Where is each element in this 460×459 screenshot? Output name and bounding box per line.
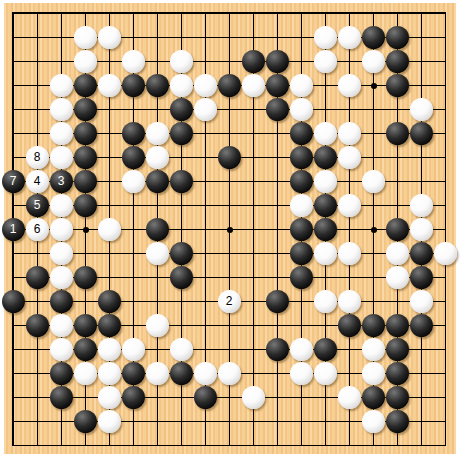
stone-black[interactable] bbox=[170, 266, 193, 289]
stone-white[interactable] bbox=[242, 74, 265, 97]
stone-black[interactable] bbox=[122, 386, 145, 409]
stone-white[interactable] bbox=[74, 26, 97, 49]
stone-black[interactable] bbox=[386, 410, 409, 433]
stone-black[interactable] bbox=[410, 242, 433, 265]
stone-white[interactable] bbox=[338, 26, 361, 49]
stone-black[interactable] bbox=[266, 74, 289, 97]
stone-black[interactable]: 3 bbox=[50, 170, 73, 193]
stone-white[interactable] bbox=[146, 362, 169, 385]
stone-black[interactable] bbox=[74, 146, 97, 169]
stone-black[interactable] bbox=[386, 314, 409, 337]
stone-white[interactable] bbox=[410, 290, 433, 313]
move-number-label: 8 bbox=[34, 151, 41, 163]
star-point bbox=[371, 227, 377, 233]
go-board[interactable]: 87435162 bbox=[4, 3, 456, 454]
stone-black[interactable] bbox=[290, 218, 313, 241]
stone-black[interactable] bbox=[74, 266, 97, 289]
stone-white[interactable] bbox=[290, 338, 313, 361]
stone-black[interactable] bbox=[314, 194, 337, 217]
stone-black[interactable] bbox=[314, 338, 337, 361]
stone-black[interactable] bbox=[386, 386, 409, 409]
grid-line-vertical bbox=[445, 13, 446, 446]
stone-white[interactable] bbox=[122, 338, 145, 361]
stone-white[interactable] bbox=[194, 362, 217, 385]
stone-black[interactable] bbox=[74, 170, 97, 193]
stone-black[interactable]: 1 bbox=[2, 218, 25, 241]
stone-black[interactable] bbox=[410, 266, 433, 289]
move-number-label: 1 bbox=[10, 223, 17, 235]
stone-white[interactable] bbox=[386, 266, 409, 289]
stone-white[interactable] bbox=[146, 146, 169, 169]
stone-white[interactable] bbox=[338, 386, 361, 409]
stone-black[interactable] bbox=[170, 242, 193, 265]
stone-white[interactable] bbox=[290, 74, 313, 97]
star-point bbox=[83, 227, 89, 233]
stone-black[interactable] bbox=[266, 290, 289, 313]
stone-black[interactable] bbox=[74, 98, 97, 121]
move-number-label: 2 bbox=[226, 295, 233, 307]
stone-white[interactable] bbox=[50, 74, 73, 97]
stone-black[interactable] bbox=[290, 122, 313, 145]
stone-white[interactable] bbox=[338, 122, 361, 145]
stone-white[interactable] bbox=[362, 410, 385, 433]
stone-white[interactable] bbox=[50, 218, 73, 241]
stone-black[interactable] bbox=[386, 50, 409, 73]
stone-black[interactable] bbox=[386, 122, 409, 145]
move-number-label: 5 bbox=[34, 199, 41, 211]
stone-black[interactable] bbox=[122, 146, 145, 169]
stone-black[interactable] bbox=[74, 314, 97, 337]
stone-black[interactable] bbox=[74, 410, 97, 433]
stone-white[interactable] bbox=[98, 410, 121, 433]
stone-black[interactable] bbox=[170, 98, 193, 121]
stone-white[interactable] bbox=[314, 290, 337, 313]
stone-white[interactable] bbox=[290, 362, 313, 385]
stone-black[interactable] bbox=[146, 218, 169, 241]
stone-white[interactable] bbox=[146, 314, 169, 337]
stone-black[interactable] bbox=[194, 386, 217, 409]
stone-black[interactable] bbox=[266, 98, 289, 121]
stone-white[interactable] bbox=[218, 362, 241, 385]
stone-white[interactable] bbox=[314, 242, 337, 265]
stone-black[interactable] bbox=[170, 122, 193, 145]
stone-white[interactable] bbox=[50, 242, 73, 265]
stone-black[interactable] bbox=[170, 362, 193, 385]
grid-line-horizontal bbox=[13, 253, 446, 254]
stone-black[interactable] bbox=[386, 26, 409, 49]
stone-white[interactable] bbox=[170, 338, 193, 361]
stone-white[interactable] bbox=[314, 362, 337, 385]
stone-white[interactable] bbox=[146, 122, 169, 145]
stone-white[interactable] bbox=[314, 50, 337, 73]
stone-white[interactable] bbox=[314, 26, 337, 49]
stone-white[interactable] bbox=[434, 242, 457, 265]
stone-white[interactable] bbox=[50, 314, 73, 337]
stone-white[interactable] bbox=[362, 50, 385, 73]
stone-white[interactable] bbox=[386, 242, 409, 265]
stone-black[interactable] bbox=[290, 266, 313, 289]
stone-black[interactable] bbox=[314, 146, 337, 169]
stone-black[interactable] bbox=[146, 170, 169, 193]
stone-black[interactable] bbox=[98, 290, 121, 313]
stone-white[interactable] bbox=[362, 362, 385, 385]
stone-black[interactable] bbox=[386, 362, 409, 385]
stone-white[interactable] bbox=[410, 98, 433, 121]
stone-white[interactable] bbox=[146, 242, 169, 265]
stone-black[interactable] bbox=[386, 74, 409, 97]
stone-white[interactable] bbox=[98, 386, 121, 409]
stone-white[interactable] bbox=[98, 218, 121, 241]
stone-black[interactable] bbox=[362, 314, 385, 337]
stone-white[interactable] bbox=[314, 122, 337, 145]
stone-black[interactable] bbox=[386, 338, 409, 361]
stone-black[interactable] bbox=[50, 386, 73, 409]
stone-white[interactable] bbox=[50, 338, 73, 361]
stone-black[interactable] bbox=[26, 266, 49, 289]
stone-white[interactable] bbox=[50, 266, 73, 289]
stone-black[interactable] bbox=[74, 74, 97, 97]
stone-white[interactable] bbox=[170, 74, 193, 97]
stone-black[interactable] bbox=[266, 338, 289, 361]
star-point bbox=[371, 83, 377, 89]
stone-black[interactable] bbox=[410, 122, 433, 145]
stone-white[interactable] bbox=[50, 146, 73, 169]
stone-black[interactable] bbox=[242, 50, 265, 73]
grid-line-horizontal bbox=[13, 445, 446, 446]
stone-black[interactable] bbox=[74, 122, 97, 145]
stone-black[interactable] bbox=[50, 290, 73, 313]
stone-white[interactable] bbox=[74, 362, 97, 385]
stone-white[interactable] bbox=[98, 338, 121, 361]
move-number-label: 7 bbox=[10, 175, 17, 187]
move-number-label: 3 bbox=[58, 175, 65, 187]
stone-white[interactable] bbox=[314, 170, 337, 193]
stone-black[interactable] bbox=[338, 314, 361, 337]
stone-black[interactable] bbox=[218, 146, 241, 169]
stone-white[interactable] bbox=[338, 242, 361, 265]
stone-white[interactable] bbox=[338, 194, 361, 217]
stone-black[interactable] bbox=[146, 74, 169, 97]
stone-black[interactable] bbox=[2, 290, 25, 313]
stone-white[interactable] bbox=[122, 170, 145, 193]
stone-black[interactable] bbox=[362, 386, 385, 409]
stone-black[interactable] bbox=[314, 218, 337, 241]
stone-white[interactable]: 8 bbox=[26, 146, 49, 169]
stone-black[interactable] bbox=[290, 242, 313, 265]
stone-white[interactable] bbox=[338, 290, 361, 313]
stone-white[interactable] bbox=[50, 194, 73, 217]
move-number-label: 6 bbox=[34, 223, 41, 235]
stone-black[interactable]: 5 bbox=[26, 194, 49, 217]
stone-white[interactable] bbox=[98, 26, 121, 49]
stone-black[interactable] bbox=[362, 26, 385, 49]
stone-white[interactable] bbox=[194, 74, 217, 97]
stone-white[interactable] bbox=[194, 98, 217, 121]
stone-black[interactable] bbox=[290, 170, 313, 193]
stone-black[interactable] bbox=[122, 74, 145, 97]
stone-white[interactable] bbox=[242, 386, 265, 409]
star-point bbox=[227, 227, 233, 233]
stone-black[interactable] bbox=[386, 218, 409, 241]
stone-white[interactable] bbox=[290, 194, 313, 217]
stone-black[interactable] bbox=[74, 194, 97, 217]
move-number-label: 4 bbox=[34, 175, 41, 187]
stone-black[interactable]: 7 bbox=[2, 170, 25, 193]
stone-white[interactable] bbox=[74, 50, 97, 73]
stone-black[interactable] bbox=[26, 314, 49, 337]
stone-white[interactable] bbox=[410, 194, 433, 217]
stone-white[interactable] bbox=[98, 74, 121, 97]
stone-black[interactable] bbox=[98, 314, 121, 337]
stone-white[interactable] bbox=[338, 146, 361, 169]
stone-white[interactable]: 2 bbox=[218, 290, 241, 313]
stone-black[interactable] bbox=[122, 362, 145, 385]
stone-white[interactable] bbox=[362, 338, 385, 361]
stone-white[interactable] bbox=[98, 362, 121, 385]
stone-white[interactable]: 4 bbox=[26, 170, 49, 193]
stone-white[interactable] bbox=[50, 122, 73, 145]
stone-black[interactable] bbox=[290, 146, 313, 169]
stone-white[interactable]: 6 bbox=[26, 218, 49, 241]
stone-white[interactable] bbox=[410, 218, 433, 241]
stone-white[interactable] bbox=[362, 170, 385, 193]
stone-black[interactable] bbox=[170, 170, 193, 193]
stone-black[interactable] bbox=[410, 314, 433, 337]
stone-white[interactable] bbox=[170, 50, 193, 73]
stone-black[interactable] bbox=[74, 338, 97, 361]
stone-white[interactable] bbox=[122, 50, 145, 73]
stone-black[interactable] bbox=[122, 122, 145, 145]
stone-black[interactable] bbox=[218, 74, 241, 97]
stone-white[interactable] bbox=[338, 74, 361, 97]
page-background: 87435162 bbox=[0, 0, 460, 459]
stone-black[interactable] bbox=[266, 50, 289, 73]
stone-white[interactable] bbox=[290, 98, 313, 121]
stone-white[interactable] bbox=[50, 98, 73, 121]
stone-black[interactable] bbox=[50, 362, 73, 385]
